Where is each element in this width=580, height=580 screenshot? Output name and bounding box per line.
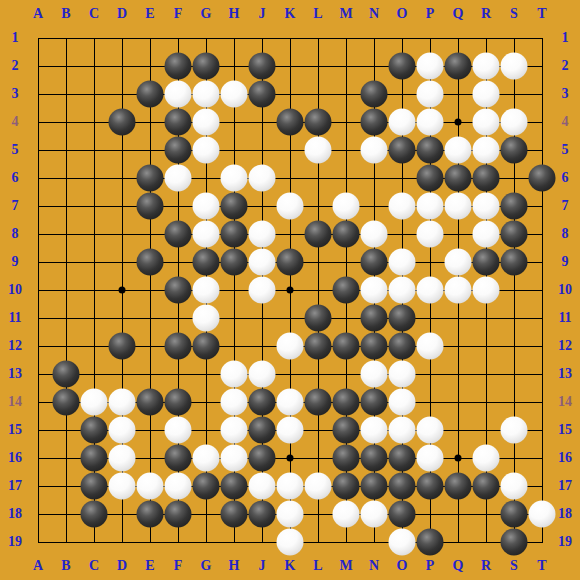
black-stone-F8[interactable] <box>165 221 192 248</box>
black-stone-O11[interactable] <box>389 305 416 332</box>
white-stone-H15[interactable] <box>221 417 248 444</box>
black-stone-G12[interactable] <box>193 333 220 360</box>
white-stone-S17[interactable] <box>501 473 528 500</box>
black-stone-L11[interactable] <box>305 305 332 332</box>
black-stone-S8[interactable] <box>501 221 528 248</box>
black-stone-G17[interactable] <box>193 473 220 500</box>
black-stone-J16[interactable] <box>249 445 276 472</box>
black-stone-M8[interactable] <box>333 221 360 248</box>
black-stone-Q6[interactable] <box>445 165 472 192</box>
row-label-left-10: 10 <box>1 283 29 297</box>
white-stone-N10[interactable] <box>361 277 388 304</box>
col-label-bottom-O: O <box>388 559 416 573</box>
white-stone-D15[interactable] <box>109 417 136 444</box>
white-stone-O4[interactable] <box>389 109 416 136</box>
white-stone-G16[interactable] <box>193 445 220 472</box>
col-label-top-N: N <box>360 7 388 21</box>
black-stone-S19[interactable] <box>501 529 528 556</box>
black-stone-F18[interactable] <box>165 501 192 528</box>
star-point <box>287 287 294 294</box>
black-stone-H18[interactable] <box>221 501 248 528</box>
white-stone-T18[interactable] <box>529 501 556 528</box>
col-label-bottom-T: T <box>528 559 556 573</box>
white-stone-P16[interactable] <box>417 445 444 472</box>
black-stone-B13[interactable] <box>53 361 80 388</box>
black-stone-E14[interactable] <box>137 389 164 416</box>
white-stone-K17[interactable] <box>277 473 304 500</box>
black-stone-J15[interactable] <box>249 417 276 444</box>
col-label-bottom-E: E <box>136 559 164 573</box>
black-stone-F5[interactable] <box>165 137 192 164</box>
white-stone-N8[interactable] <box>361 221 388 248</box>
white-stone-E17[interactable] <box>137 473 164 500</box>
white-stone-P2[interactable] <box>417 53 444 80</box>
white-stone-H6[interactable] <box>221 165 248 192</box>
white-stone-H16[interactable] <box>221 445 248 472</box>
black-stone-G2[interactable] <box>193 53 220 80</box>
white-stone-S15[interactable] <box>501 417 528 444</box>
black-stone-L12[interactable] <box>305 333 332 360</box>
row-label-left-2: 2 <box>1 59 29 73</box>
row-label-right-14: 14 <box>551 395 579 409</box>
black-stone-K9[interactable] <box>277 249 304 276</box>
col-label-bottom-C: C <box>80 559 108 573</box>
black-stone-B14[interactable] <box>53 389 80 416</box>
black-stone-N4[interactable] <box>361 109 388 136</box>
col-label-bottom-K: K <box>276 559 304 573</box>
black-stone-E3[interactable] <box>137 81 164 108</box>
white-stone-R3[interactable] <box>473 81 500 108</box>
black-stone-J14[interactable] <box>249 389 276 416</box>
black-stone-M10[interactable] <box>333 277 360 304</box>
white-stone-J17[interactable] <box>249 473 276 500</box>
white-stone-R8[interactable] <box>473 221 500 248</box>
grid-line-vertical <box>542 38 543 543</box>
white-stone-M7[interactable] <box>333 193 360 220</box>
black-stone-F2[interactable] <box>165 53 192 80</box>
white-stone-P3[interactable] <box>417 81 444 108</box>
black-stone-N9[interactable] <box>361 249 388 276</box>
col-label-bottom-F: F <box>164 559 192 573</box>
col-label-top-F: F <box>164 7 192 21</box>
black-stone-D4[interactable] <box>109 109 136 136</box>
black-stone-N11[interactable] <box>361 305 388 332</box>
black-stone-N17[interactable] <box>361 473 388 500</box>
col-label-bottom-R: R <box>472 559 500 573</box>
black-stone-E18[interactable] <box>137 501 164 528</box>
white-stone-G5[interactable] <box>193 137 220 164</box>
row-label-right-11: 11 <box>551 311 579 325</box>
white-stone-P4[interactable] <box>417 109 444 136</box>
black-stone-M15[interactable] <box>333 417 360 444</box>
black-stone-R17[interactable] <box>473 473 500 500</box>
row-label-right-9: 9 <box>551 255 579 269</box>
row-label-left-7: 7 <box>1 199 29 213</box>
black-stone-E9[interactable] <box>137 249 164 276</box>
star-point <box>119 287 126 294</box>
black-stone-O18[interactable] <box>389 501 416 528</box>
black-stone-O5[interactable] <box>389 137 416 164</box>
black-stone-M16[interactable] <box>333 445 360 472</box>
row-label-left-1: 1 <box>1 31 29 45</box>
white-stone-D14[interactable] <box>109 389 136 416</box>
row-label-right-4: 4 <box>551 115 579 129</box>
col-label-top-A: A <box>24 7 52 21</box>
white-stone-O9[interactable] <box>389 249 416 276</box>
col-label-bottom-D: D <box>108 559 136 573</box>
black-stone-O16[interactable] <box>389 445 416 472</box>
white-stone-J13[interactable] <box>249 361 276 388</box>
white-stone-D16[interactable] <box>109 445 136 472</box>
black-stone-Q2[interactable] <box>445 53 472 80</box>
white-stone-L5[interactable] <box>305 137 332 164</box>
black-stone-L14[interactable] <box>305 389 332 416</box>
white-stone-K7[interactable] <box>277 193 304 220</box>
white-stone-F15[interactable] <box>165 417 192 444</box>
col-label-bottom-A: A <box>24 559 52 573</box>
white-stone-G4[interactable] <box>193 109 220 136</box>
white-stone-F17[interactable] <box>165 473 192 500</box>
black-stone-M14[interactable] <box>333 389 360 416</box>
col-label-bottom-L: L <box>304 559 332 573</box>
black-stone-G9[interactable] <box>193 249 220 276</box>
col-label-bottom-H: H <box>220 559 248 573</box>
black-stone-C18[interactable] <box>81 501 108 528</box>
row-label-right-13: 13 <box>551 367 579 381</box>
row-label-left-3: 3 <box>1 87 29 101</box>
black-stone-N14[interactable] <box>361 389 388 416</box>
white-stone-Q5[interactable] <box>445 137 472 164</box>
col-label-top-H: H <box>220 7 248 21</box>
col-label-top-J: J <box>248 7 276 21</box>
col-label-top-P: P <box>416 7 444 21</box>
white-stone-K18[interactable] <box>277 501 304 528</box>
black-stone-N12[interactable] <box>361 333 388 360</box>
black-stone-K4[interactable] <box>277 109 304 136</box>
black-stone-H17[interactable] <box>221 473 248 500</box>
col-label-top-C: C <box>80 7 108 21</box>
black-stone-F12[interactable] <box>165 333 192 360</box>
row-label-left-19: 19 <box>1 535 29 549</box>
black-stone-J3[interactable] <box>249 81 276 108</box>
white-stone-G10[interactable] <box>193 277 220 304</box>
row-label-right-19: 19 <box>551 535 579 549</box>
star-point <box>287 455 294 462</box>
col-label-bottom-J: J <box>248 559 276 573</box>
col-label-top-L: L <box>304 7 332 21</box>
white-stone-H13[interactable] <box>221 361 248 388</box>
white-stone-P12[interactable] <box>417 333 444 360</box>
col-label-top-M: M <box>332 7 360 21</box>
white-stone-O13[interactable] <box>389 361 416 388</box>
grid-line-horizontal <box>38 318 543 319</box>
white-stone-O7[interactable] <box>389 193 416 220</box>
white-stone-O10[interactable] <box>389 277 416 304</box>
black-stone-E6[interactable] <box>137 165 164 192</box>
black-stone-Q17[interactable] <box>445 473 472 500</box>
white-stone-R16[interactable] <box>473 445 500 472</box>
black-stone-O2[interactable] <box>389 53 416 80</box>
row-label-right-17: 17 <box>551 479 579 493</box>
white-stone-N5[interactable] <box>361 137 388 164</box>
white-stone-O15[interactable] <box>389 417 416 444</box>
go-app: { "game": "go", "board": { "size": 19, "… <box>0 0 580 580</box>
row-label-left-14: 14 <box>1 395 29 409</box>
row-label-right-8: 8 <box>551 227 579 241</box>
row-label-right-3: 3 <box>551 87 579 101</box>
white-stone-H3[interactable] <box>221 81 248 108</box>
black-stone-S18[interactable] <box>501 501 528 528</box>
white-stone-J9[interactable] <box>249 249 276 276</box>
row-label-left-12: 12 <box>1 339 29 353</box>
col-label-bottom-P: P <box>416 559 444 573</box>
black-stone-M12[interactable] <box>333 333 360 360</box>
col-label-bottom-B: B <box>52 559 80 573</box>
white-stone-K14[interactable] <box>277 389 304 416</box>
black-stone-S5[interactable] <box>501 137 528 164</box>
black-stone-L8[interactable] <box>305 221 332 248</box>
white-stone-S4[interactable] <box>501 109 528 136</box>
black-stone-F16[interactable] <box>165 445 192 472</box>
black-stone-M17[interactable] <box>333 473 360 500</box>
white-stone-J10[interactable] <box>249 277 276 304</box>
black-stone-P5[interactable] <box>417 137 444 164</box>
col-label-top-Q: Q <box>444 7 472 21</box>
white-stone-D17[interactable] <box>109 473 136 500</box>
white-stone-R7[interactable] <box>473 193 500 220</box>
col-label-top-B: B <box>52 7 80 21</box>
white-stone-G8[interactable] <box>193 221 220 248</box>
black-stone-P6[interactable] <box>417 165 444 192</box>
row-label-left-16: 16 <box>1 451 29 465</box>
black-stone-C17[interactable] <box>81 473 108 500</box>
go-board: AABBCCDDEEFFGGHHJJKKLLMMNNOOPPQQRRSSTT11… <box>0 0 580 580</box>
white-stone-P7[interactable] <box>417 193 444 220</box>
white-stone-M18[interactable] <box>333 501 360 528</box>
white-stone-R5[interactable] <box>473 137 500 164</box>
white-stone-Q10[interactable] <box>445 277 472 304</box>
black-stone-F10[interactable] <box>165 277 192 304</box>
col-label-top-T: T <box>528 7 556 21</box>
white-stone-H14[interactable] <box>221 389 248 416</box>
white-stone-N18[interactable] <box>361 501 388 528</box>
row-label-right-15: 15 <box>551 423 579 437</box>
white-stone-C14[interactable] <box>81 389 108 416</box>
row-label-left-13: 13 <box>1 367 29 381</box>
black-stone-O12[interactable] <box>389 333 416 360</box>
white-stone-K12[interactable] <box>277 333 304 360</box>
white-stone-F3[interactable] <box>165 81 192 108</box>
row-label-left-9: 9 <box>1 255 29 269</box>
white-stone-P15[interactable] <box>417 417 444 444</box>
white-stone-P8[interactable] <box>417 221 444 248</box>
col-label-bottom-Q: Q <box>444 559 472 573</box>
row-label-left-8: 8 <box>1 227 29 241</box>
white-stone-Q9[interactable] <box>445 249 472 276</box>
black-stone-H7[interactable] <box>221 193 248 220</box>
row-label-left-17: 17 <box>1 479 29 493</box>
row-label-right-5: 5 <box>551 143 579 157</box>
col-label-top-O: O <box>388 7 416 21</box>
black-stone-J2[interactable] <box>249 53 276 80</box>
black-stone-D12[interactable] <box>109 333 136 360</box>
black-stone-P19[interactable] <box>417 529 444 556</box>
black-stone-R6[interactable] <box>473 165 500 192</box>
black-stone-N3[interactable] <box>361 81 388 108</box>
white-stone-P10[interactable] <box>417 277 444 304</box>
row-label-left-6: 6 <box>1 171 29 185</box>
black-stone-P17[interactable] <box>417 473 444 500</box>
col-label-top-S: S <box>500 7 528 21</box>
white-stone-G3[interactable] <box>193 81 220 108</box>
black-stone-S9[interactable] <box>501 249 528 276</box>
row-label-right-7: 7 <box>551 199 579 213</box>
col-label-top-E: E <box>136 7 164 21</box>
white-stone-J8[interactable] <box>249 221 276 248</box>
white-stone-L17[interactable] <box>305 473 332 500</box>
white-stone-J6[interactable] <box>249 165 276 192</box>
black-stone-L4[interactable] <box>305 109 332 136</box>
row-label-right-12: 12 <box>551 339 579 353</box>
white-stone-K19[interactable] <box>277 529 304 556</box>
black-stone-H9[interactable] <box>221 249 248 276</box>
star-point <box>455 455 462 462</box>
row-label-left-18: 18 <box>1 507 29 521</box>
col-label-top-R: R <box>472 7 500 21</box>
white-stone-G11[interactable] <box>193 305 220 332</box>
white-stone-O19[interactable] <box>389 529 416 556</box>
black-stone-C16[interactable] <box>81 445 108 472</box>
row-label-right-1: 1 <box>551 31 579 45</box>
black-stone-C15[interactable] <box>81 417 108 444</box>
white-stone-R4[interactable] <box>473 109 500 136</box>
black-stone-H8[interactable] <box>221 221 248 248</box>
col-label-bottom-G: G <box>192 559 220 573</box>
col-label-top-G: G <box>192 7 220 21</box>
row-label-right-16: 16 <box>551 451 579 465</box>
row-label-right-2: 2 <box>551 59 579 73</box>
black-stone-R9[interactable] <box>473 249 500 276</box>
col-label-bottom-M: M <box>332 559 360 573</box>
white-stone-R10[interactable] <box>473 277 500 304</box>
col-label-top-D: D <box>108 7 136 21</box>
black-stone-N16[interactable] <box>361 445 388 472</box>
black-stone-F14[interactable] <box>165 389 192 416</box>
white-stone-F6[interactable] <box>165 165 192 192</box>
black-stone-O17[interactable] <box>389 473 416 500</box>
white-stone-Q7[interactable] <box>445 193 472 220</box>
white-stone-O14[interactable] <box>389 389 416 416</box>
white-stone-K15[interactable] <box>277 417 304 444</box>
row-label-left-11: 11 <box>1 311 29 325</box>
grid-line-horizontal <box>38 374 543 375</box>
black-stone-S7[interactable] <box>501 193 528 220</box>
row-label-right-10: 10 <box>551 283 579 297</box>
black-stone-F4[interactable] <box>165 109 192 136</box>
row-label-left-4: 4 <box>1 115 29 129</box>
col-label-bottom-N: N <box>360 559 388 573</box>
white-stone-R2[interactable] <box>473 53 500 80</box>
white-stone-N13[interactable] <box>361 361 388 388</box>
col-label-bottom-S: S <box>500 559 528 573</box>
star-point <box>455 119 462 126</box>
black-stone-T6[interactable] <box>529 165 556 192</box>
white-stone-N15[interactable] <box>361 417 388 444</box>
white-stone-G7[interactable] <box>193 193 220 220</box>
row-label-left-15: 15 <box>1 423 29 437</box>
black-stone-J18[interactable] <box>249 501 276 528</box>
col-label-top-K: K <box>276 7 304 21</box>
black-stone-E7[interactable] <box>137 193 164 220</box>
row-label-left-5: 5 <box>1 143 29 157</box>
white-stone-S2[interactable] <box>501 53 528 80</box>
